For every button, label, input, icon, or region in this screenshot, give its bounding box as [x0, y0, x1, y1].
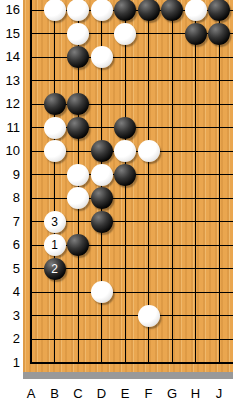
- stone-H15[interactable]: [185, 23, 207, 45]
- column-coordinate-label: H: [187, 386, 205, 401]
- stone-E16[interactable]: [114, 0, 136, 21]
- grid-line: [30, 315, 233, 316]
- stone-E10[interactable]: [114, 140, 136, 162]
- row-coordinate-label: 7: [0, 214, 20, 229]
- row-coordinate-label: 6: [0, 237, 20, 252]
- row-coordinate-label: 8: [0, 190, 20, 205]
- stone-G16[interactable]: [161, 0, 183, 21]
- grid-line: [30, 198, 233, 199]
- row-coordinate-label: 9: [0, 167, 20, 182]
- column-coordinate-label: D: [93, 386, 111, 401]
- stone-H16[interactable]: [185, 0, 207, 21]
- stone-F10[interactable]: [138, 140, 160, 162]
- stone-D8[interactable]: [91, 187, 113, 209]
- grid-line: [30, 0, 32, 364]
- stone-D9[interactable]: [91, 164, 113, 186]
- stone-B5[interactable]: 2: [44, 258, 66, 280]
- row-coordinate-label: 11: [0, 120, 20, 135]
- stone-J15[interactable]: [208, 23, 230, 45]
- stone-B10[interactable]: [44, 140, 66, 162]
- stone-C15[interactable]: [67, 23, 89, 45]
- row-coordinate-label: 16: [0, 2, 20, 17]
- stone-F3[interactable]: [138, 305, 160, 327]
- stone-D10[interactable]: [91, 140, 113, 162]
- column-coordinate-label: B: [46, 386, 64, 401]
- row-coordinate-label: 15: [0, 26, 20, 41]
- stone-D7[interactable]: [91, 211, 113, 233]
- stone-D4[interactable]: [91, 281, 113, 303]
- column-coordinate-label: J: [210, 386, 228, 401]
- stone-C14[interactable]: [67, 46, 89, 68]
- stone-C6[interactable]: [67, 234, 89, 256]
- stone-B12[interactable]: [44, 93, 66, 115]
- stone-F16[interactable]: [138, 0, 160, 21]
- row-coordinate-label: 5: [0, 261, 20, 276]
- stone-C12[interactable]: [67, 93, 89, 115]
- grid-line: [30, 80, 233, 81]
- grid-line: [30, 339, 233, 340]
- column-coordinate-label: A: [22, 386, 40, 401]
- stone-B11[interactable]: [44, 117, 66, 139]
- column-coordinate-label: F: [140, 386, 158, 401]
- row-coordinate-label: 2: [0, 331, 20, 346]
- stone-C8[interactable]: [67, 187, 89, 209]
- stone-C9[interactable]: [67, 164, 89, 186]
- row-coordinate-label: 12: [0, 96, 20, 111]
- row-coordinate-label: 10: [0, 143, 20, 158]
- grid-line: [30, 57, 233, 58]
- row-coordinate-label: 3: [0, 308, 20, 323]
- grid-line: [195, 0, 196, 364]
- go-board[interactable]: 16151413121110987654321ABCDEFGHJ312: [0, 0, 233, 404]
- stone-C11[interactable]: [67, 117, 89, 139]
- stone-E9[interactable]: [114, 164, 136, 186]
- grid-line: [219, 0, 220, 364]
- column-coordinate-label: E: [116, 386, 134, 401]
- row-coordinate-label: 4: [0, 284, 20, 299]
- stone-J16[interactable]: [208, 0, 230, 21]
- stone-B7[interactable]: 3: [44, 211, 66, 233]
- stone-D16[interactable]: [91, 0, 113, 21]
- column-coordinate-label: C: [69, 386, 87, 401]
- grid-line: [172, 0, 173, 364]
- stone-C16[interactable]: [67, 0, 89, 21]
- row-coordinate-label: 1: [0, 355, 20, 370]
- grid-line: [30, 292, 233, 293]
- stone-E15[interactable]: [114, 23, 136, 45]
- stone-E11[interactable]: [114, 117, 136, 139]
- go-diagram: 16151413121110987654321ABCDEFGHJ312: [0, 0, 233, 404]
- column-coordinate-label: G: [163, 386, 181, 401]
- grid-line: [30, 362, 233, 364]
- stone-D14[interactable]: [91, 46, 113, 68]
- stone-B16[interactable]: [44, 0, 66, 21]
- grid-line: [54, 0, 55, 364]
- row-coordinate-label: 13: [0, 73, 20, 88]
- row-coordinate-label: 14: [0, 49, 20, 64]
- stone-B6[interactable]: 1: [44, 234, 66, 256]
